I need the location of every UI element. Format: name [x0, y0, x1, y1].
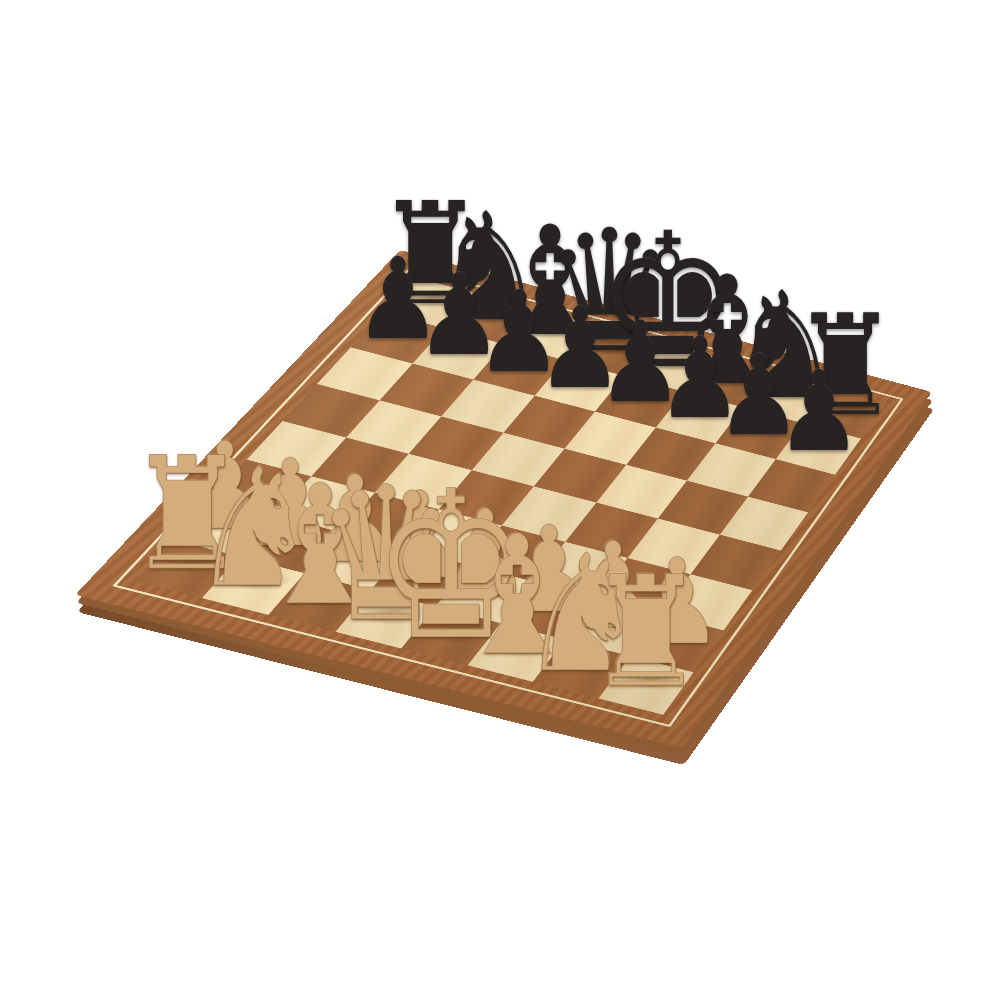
chess-set-photo: ♜♞♝♛♚♝♞♜♟♟♟♟♟♟♟♟♟♟♟♟♟♟♟♟♜♞♝♛♚♝♞♜ [0, 0, 1000, 1000]
chess-board [75, 250, 932, 748]
